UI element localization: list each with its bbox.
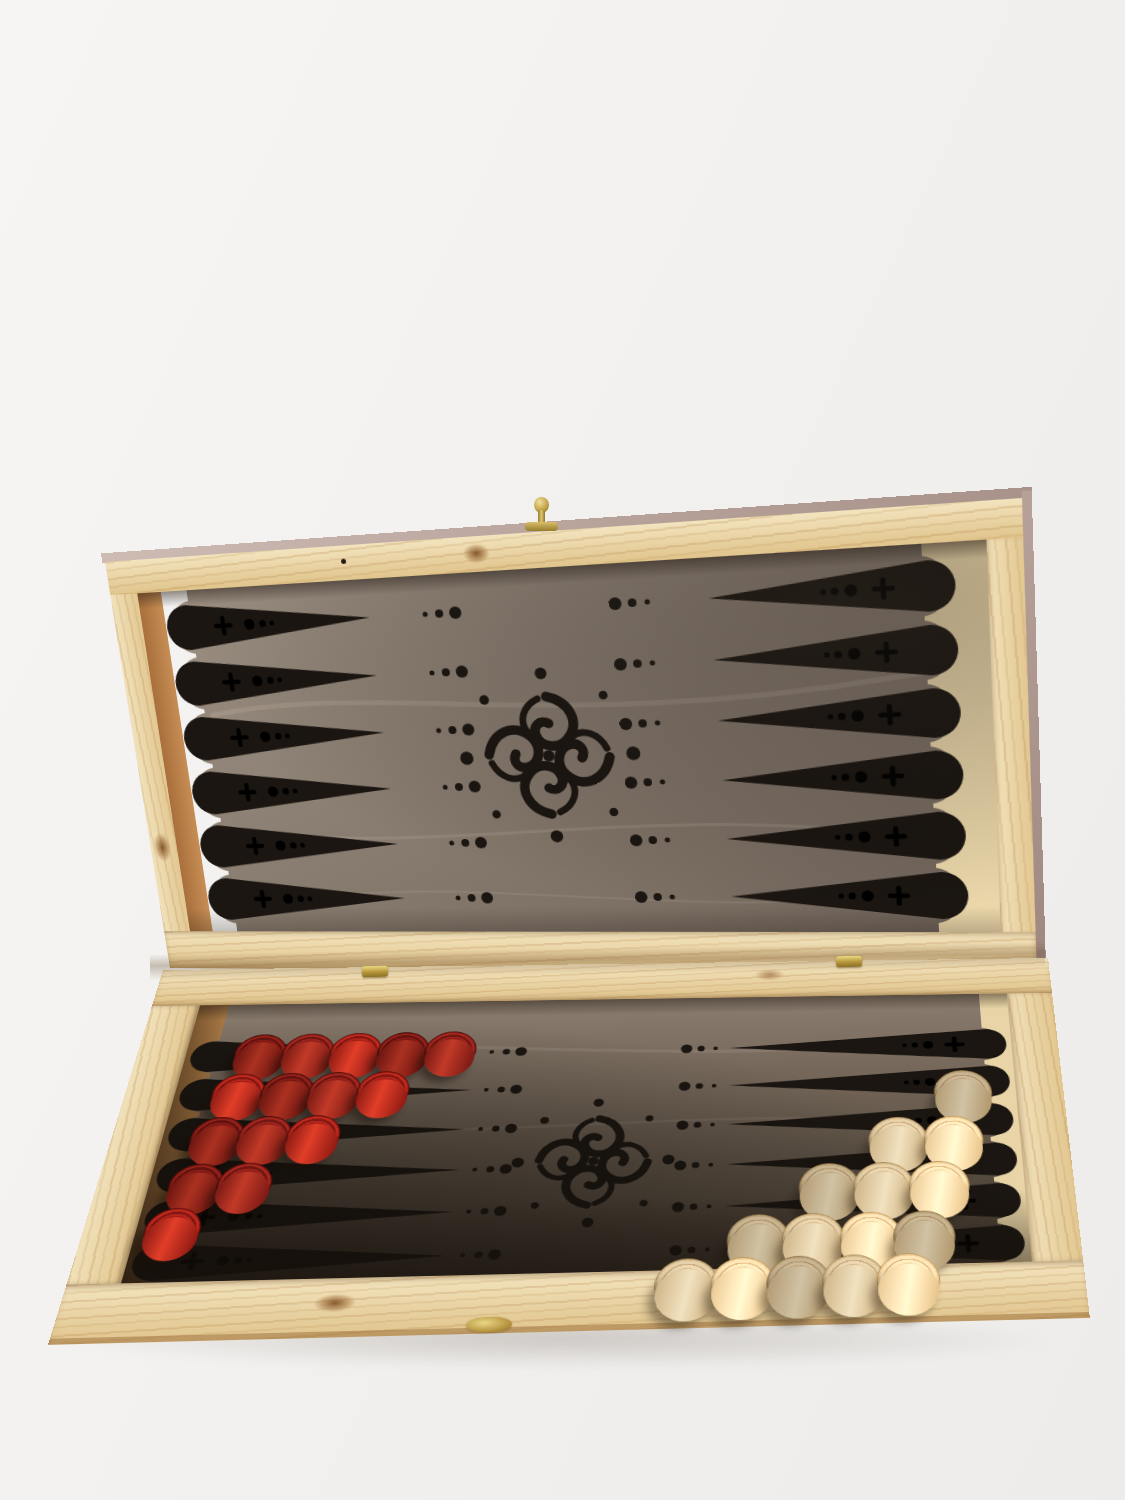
brass-hinge-right — [836, 956, 862, 968]
backgammon-set-photo — [0, 0, 1125, 1500]
case-lid — [105, 498, 1037, 975]
brass-clasp — [531, 497, 551, 535]
white-checker — [709, 1256, 774, 1311]
lid-backgammon-board — [137, 540, 1001, 933]
white-checker — [853, 1161, 916, 1212]
clasp-plate — [525, 522, 558, 531]
white-checker — [766, 1255, 831, 1310]
brass-hinge-left — [362, 966, 388, 978]
case-tray — [48, 958, 1090, 1345]
white-checker — [868, 1116, 930, 1165]
white-checker — [799, 1163, 861, 1214]
